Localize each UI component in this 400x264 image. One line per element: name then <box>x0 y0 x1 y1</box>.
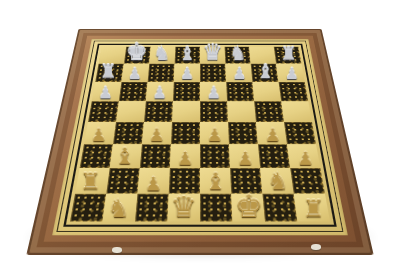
wooden-frame: ♚♞♝♛♞♜♜♟♟♟♝♟♟♟♟♟♟♟♟♝♟♟♟♜♟♝♞♞♛♚♜ <box>26 29 373 255</box>
square-h7[interactable]: ♟ <box>276 64 305 82</box>
square-h1[interactable]: ♜ <box>294 194 330 222</box>
square-e1[interactable] <box>200 194 232 222</box>
piece-silver-pawn[interactable]: ♟ <box>146 84 173 101</box>
square-d4[interactable] <box>171 122 200 144</box>
square-h6[interactable] <box>279 82 309 101</box>
square-e5[interactable] <box>200 101 228 122</box>
square-h4[interactable] <box>284 122 316 144</box>
square-b4[interactable] <box>113 122 144 144</box>
square-d6[interactable] <box>173 82 200 101</box>
board-foot-right <box>311 244 321 250</box>
square-c5[interactable] <box>144 101 173 122</box>
brass-plate: ♚♞♝♛♞♜♜♟♟♟♝♟♟♟♟♟♟♟♟♝♟♟♟♜♟♝♞♞♛♚♜ <box>52 39 348 235</box>
square-a4[interactable]: ♟ <box>84 122 116 144</box>
square-h2[interactable] <box>290 168 325 194</box>
square-a5[interactable] <box>88 101 119 122</box>
square-g1[interactable] <box>262 194 297 222</box>
square-f7[interactable]: ♟ <box>225 64 252 82</box>
piece-gold-pawn[interactable]: ♟ <box>84 126 113 145</box>
square-e3[interactable] <box>200 144 230 168</box>
piece-silver-bishop[interactable]: ♝ <box>175 44 200 64</box>
square-g2[interactable]: ♞ <box>260 168 294 194</box>
square-a6[interactable]: ♟ <box>92 82 122 101</box>
square-c1[interactable] <box>135 194 169 222</box>
photo-background: ♚♞♝♛♞♜♜♟♟♟♝♟♟♟♟♟♟♟♟♝♟♟♟♜♟♝♞♞♛♚♜ <box>0 0 400 264</box>
square-g3[interactable] <box>258 144 290 168</box>
square-b8[interactable]: ♚ <box>124 47 151 64</box>
square-d5[interactable] <box>172 101 200 122</box>
piece-gold-pawn[interactable]: ♟ <box>200 126 229 145</box>
square-c2[interactable]: ♟ <box>138 168 170 194</box>
board-grid: ♚♞♝♛♞♜♜♟♟♟♝♟♟♟♟♟♟♟♟♝♟♟♟♜♟♝♞♞♛♚♜ <box>70 47 330 222</box>
square-b1[interactable]: ♞ <box>103 194 138 222</box>
piece-gold-bishop[interactable]: ♝ <box>110 144 140 168</box>
square-c7[interactable] <box>148 64 175 82</box>
square-e8[interactable]: ♛ <box>200 47 225 64</box>
square-b2[interactable] <box>106 168 140 194</box>
square-f3[interactable]: ♟ <box>229 144 260 168</box>
piece-silver-rook[interactable]: ♜ <box>95 61 121 82</box>
square-d3[interactable]: ♟ <box>170 144 200 168</box>
square-g5[interactable] <box>254 101 284 122</box>
square-f6[interactable] <box>226 82 254 101</box>
square-d8[interactable]: ♝ <box>175 47 200 64</box>
piece-silver-pawn[interactable]: ♟ <box>174 65 200 82</box>
square-g4[interactable]: ♟ <box>256 122 287 144</box>
piece-gold-knight[interactable]: ♞ <box>103 196 135 222</box>
piece-gold-pawn[interactable]: ♟ <box>138 174 169 194</box>
piece-gold-bishop[interactable]: ♝ <box>200 169 231 194</box>
board-foot-left <box>112 247 122 253</box>
square-f8[interactable]: ♞ <box>225 47 251 64</box>
piece-gold-pawn[interactable]: ♟ <box>258 126 287 145</box>
piece-gold-king[interactable]: ♚ <box>232 190 264 221</box>
piece-gold-rook[interactable]: ♜ <box>75 169 106 194</box>
piece-gold-pawn[interactable]: ♟ <box>290 149 320 168</box>
piece-silver-queen[interactable]: ♛ <box>200 41 225 64</box>
piece-gold-pawn[interactable]: ♟ <box>230 149 260 168</box>
square-f4[interactable] <box>228 122 258 144</box>
square-e4[interactable]: ♟ <box>200 122 229 144</box>
square-h5[interactable] <box>281 101 312 122</box>
square-b3[interactable]: ♝ <box>110 144 142 168</box>
piece-silver-pawn[interactable]: ♟ <box>121 65 147 82</box>
square-a2[interactable]: ♜ <box>75 168 110 194</box>
piece-gold-pawn[interactable]: ♟ <box>142 126 171 145</box>
square-b7[interactable]: ♟ <box>121 64 149 82</box>
piece-silver-king[interactable]: ♚ <box>124 39 149 63</box>
square-e2[interactable]: ♝ <box>200 168 231 194</box>
square-b6[interactable] <box>119 82 148 101</box>
square-g6[interactable] <box>252 82 281 101</box>
square-d7[interactable]: ♟ <box>174 64 200 82</box>
square-c8[interactable]: ♞ <box>149 47 175 64</box>
piece-gold-queen[interactable]: ♛ <box>168 193 200 222</box>
chess-board: ♚♞♝♛♞♜♜♟♟♟♝♟♟♟♟♟♟♟♟♝♟♟♟♜♟♝♞♞♛♚♜ <box>26 29 373 255</box>
piece-silver-pawn[interactable]: ♟ <box>226 65 252 82</box>
square-e6[interactable]: ♟ <box>200 82 227 101</box>
square-c3[interactable] <box>140 144 171 168</box>
inner-border-line: ♚♞♝♛♞♜♜♟♟♟♝♟♟♟♟♟♟♟♟♝♟♟♟♜♟♝♞♞♛♚♜ <box>63 44 337 227</box>
piece-silver-rook[interactable]: ♜ <box>276 44 301 64</box>
square-d1[interactable]: ♛ <box>168 194 200 222</box>
square-e7[interactable] <box>200 64 226 82</box>
piece-silver-pawn[interactable]: ♟ <box>200 84 227 101</box>
square-a7[interactable]: ♜ <box>95 64 124 82</box>
square-a1[interactable] <box>70 194 106 222</box>
square-c4[interactable]: ♟ <box>142 122 172 144</box>
square-g7[interactable]: ♝ <box>251 64 279 82</box>
square-f1[interactable]: ♚ <box>231 194 265 222</box>
square-c6[interactable]: ♟ <box>146 82 174 101</box>
piece-silver-bishop[interactable]: ♝ <box>252 61 278 82</box>
square-b5[interactable] <box>116 101 146 122</box>
square-a3[interactable] <box>80 144 113 168</box>
piece-gold-rook[interactable]: ♜ <box>297 196 329 222</box>
piece-gold-pawn[interactable]: ♟ <box>170 149 200 168</box>
piece-silver-pawn[interactable]: ♟ <box>279 65 305 82</box>
piece-silver-knight[interactable]: ♞ <box>149 44 174 64</box>
piece-silver-pawn[interactable]: ♟ <box>92 84 119 101</box>
square-h3[interactable]: ♟ <box>287 144 320 168</box>
piece-silver-knight[interactable]: ♞ <box>225 44 250 64</box>
square-f5[interactable] <box>227 101 256 122</box>
piece-gold-knight[interactable]: ♞ <box>262 169 293 194</box>
